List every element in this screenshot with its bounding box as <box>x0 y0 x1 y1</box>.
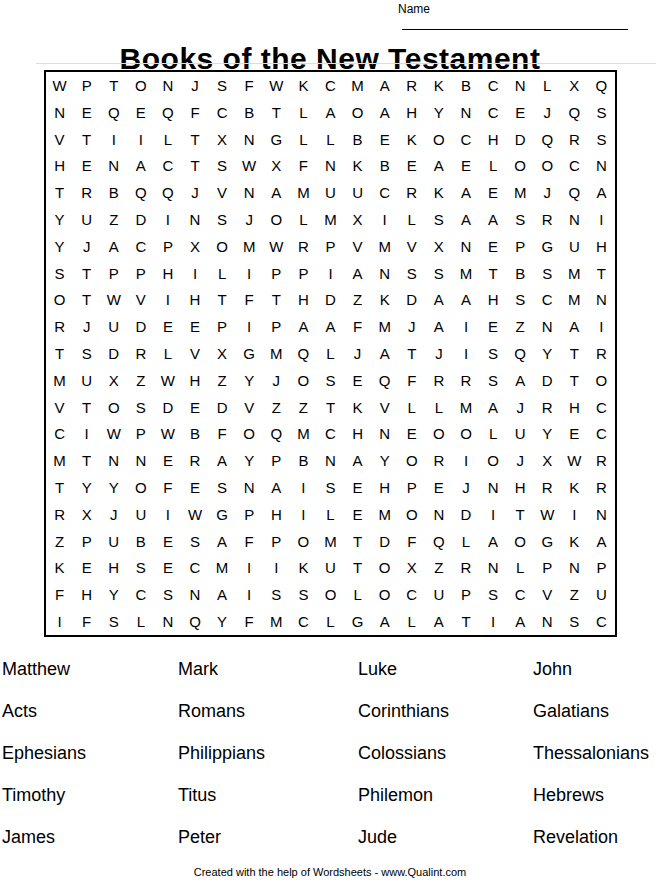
grid-cell-r13-c6[interactable]: E <box>181 394 208 421</box>
grid-cell-r17-c16[interactable]: D <box>452 501 479 528</box>
grid-cell-r12-c20[interactable]: T <box>561 367 588 394</box>
grid-cell-r15-c20[interactable]: W <box>561 447 588 474</box>
grid-cell-r18-c7[interactable]: A <box>209 528 236 555</box>
grid-cell-r15-c13[interactable]: Y <box>371 447 398 474</box>
grid-cell-r9-c1[interactable]: O <box>46 286 73 313</box>
grid-cell-r16-c19[interactable]: R <box>534 474 561 501</box>
grid-cell-r11-c4[interactable]: R <box>127 340 154 367</box>
grid-cell-r1-c2[interactable]: P <box>73 72 100 99</box>
grid-cell-r15-c2[interactable]: T <box>73 447 100 474</box>
grid-cell-r21-c13[interactable]: A <box>371 608 398 635</box>
grid-cell-r16-c18[interactable]: H <box>507 474 534 501</box>
grid-cell-r13-c13[interactable]: V <box>371 394 398 421</box>
grid-cell-r11-c12[interactable]: J <box>344 340 371 367</box>
grid-cell-r10-c5[interactable]: E <box>154 313 181 340</box>
grid-cell-r6-c6[interactable]: N <box>181 206 208 233</box>
grid-cell-r9-c6[interactable]: H <box>181 286 208 313</box>
grid-cell-r3-c17[interactable]: H <box>480 126 507 153</box>
grid-cell-r18-c4[interactable]: B <box>127 528 154 555</box>
grid-cell-r15-c14[interactable]: O <box>398 447 425 474</box>
grid-cell-r2-c18[interactable]: E <box>507 99 534 126</box>
grid-cell-r11-c14[interactable]: T <box>398 340 425 367</box>
grid-cell-r17-c12[interactable]: E <box>344 501 371 528</box>
grid-cell-r18-c20[interactable]: K <box>561 528 588 555</box>
grid-cell-r12-c10[interactable]: O <box>290 367 317 394</box>
grid-cell-r6-c2[interactable]: U <box>73 206 100 233</box>
grid-cell-r4-c17[interactable]: L <box>480 152 507 179</box>
grid-cell-r6-c5[interactable]: I <box>154 206 181 233</box>
grid-cell-r17-c21[interactable]: N <box>588 501 615 528</box>
grid-cell-r12-c1[interactable]: M <box>46 367 73 394</box>
grid-cell-r14-c18[interactable]: U <box>507 421 534 448</box>
grid-cell-r21-c20[interactable]: S <box>561 608 588 635</box>
grid-cell-r1-c19[interactable]: L <box>534 72 561 99</box>
grid-cell-r19-c20[interactable]: N <box>561 555 588 582</box>
grid-cell-r21-c7[interactable]: Y <box>209 608 236 635</box>
grid-cell-r20-c16[interactable]: P <box>452 581 479 608</box>
grid-cell-r5-c21[interactable]: A <box>588 179 615 206</box>
grid-cell-r6-c16[interactable]: A <box>452 206 479 233</box>
grid-cell-r3-c19[interactable]: Q <box>534 126 561 153</box>
grid-cell-r16-c20[interactable]: K <box>561 474 588 501</box>
grid-cell-r13-c17[interactable]: A <box>480 394 507 421</box>
grid-cell-r19-c11[interactable]: U <box>317 555 344 582</box>
grid-cell-r10-c20[interactable]: A <box>561 313 588 340</box>
grid-cell-r12-c8[interactable]: Y <box>236 367 263 394</box>
grid-cell-r6-c19[interactable]: R <box>534 206 561 233</box>
grid-cell-r19-c7[interactable]: M <box>209 555 236 582</box>
grid-cell-r15-c21[interactable]: R <box>588 447 615 474</box>
grid-cell-r9-c20[interactable]: M <box>561 286 588 313</box>
grid-cell-r4-c10[interactable]: F <box>290 152 317 179</box>
grid-cell-r20-c7[interactable]: A <box>209 581 236 608</box>
grid-cell-r21-c15[interactable]: A <box>425 608 452 635</box>
grid-cell-r9-c16[interactable]: A <box>452 286 479 313</box>
grid-cell-r9-c5[interactable]: I <box>154 286 181 313</box>
grid-cell-r2-c11[interactable]: A <box>317 99 344 126</box>
grid-cell-r21-c17[interactable]: I <box>480 608 507 635</box>
grid-cell-r15-c3[interactable]: N <box>100 447 127 474</box>
grid-cell-r3-c5[interactable]: L <box>154 126 181 153</box>
grid-cell-r8-c18[interactable]: B <box>507 260 534 287</box>
grid-cell-r15-c5[interactable]: E <box>154 447 181 474</box>
grid-cell-r7-c11[interactable]: P <box>317 233 344 260</box>
grid-cell-r18-c17[interactable]: A <box>480 528 507 555</box>
grid-cell-r4-c2[interactable]: E <box>73 152 100 179</box>
grid-cell-r7-c6[interactable]: X <box>181 233 208 260</box>
grid-cell-r12-c6[interactable]: H <box>181 367 208 394</box>
grid-cell-r18-c8[interactable]: F <box>236 528 263 555</box>
grid-cell-r7-c7[interactable]: O <box>209 233 236 260</box>
grid-cell-r18-c21[interactable]: A <box>588 528 615 555</box>
grid-cell-r15-c4[interactable]: N <box>127 447 154 474</box>
grid-cell-r17-c9[interactable]: H <box>263 501 290 528</box>
grid-cell-r3-c3[interactable]: I <box>100 126 127 153</box>
grid-cell-r16-c10[interactable]: I <box>290 474 317 501</box>
grid-cell-r8-c20[interactable]: M <box>561 260 588 287</box>
grid-cell-r10-c16[interactable]: I <box>452 313 479 340</box>
grid-cell-r4-c9[interactable]: X <box>263 152 290 179</box>
grid-cell-r18-c19[interactable]: G <box>534 528 561 555</box>
grid-cell-r17-c10[interactable]: I <box>290 501 317 528</box>
grid-cell-r2-c2[interactable]: E <box>73 99 100 126</box>
grid-cell-r12-c11[interactable]: S <box>317 367 344 394</box>
grid-cell-r18-c2[interactable]: P <box>73 528 100 555</box>
grid-cell-r19-c12[interactable]: T <box>344 555 371 582</box>
grid-cell-r17-c3[interactable]: J <box>100 501 127 528</box>
grid-cell-r2-c4[interactable]: E <box>127 99 154 126</box>
grid-cell-r1-c6[interactable]: J <box>181 72 208 99</box>
grid-cell-r5-c11[interactable]: U <box>317 179 344 206</box>
grid-cell-r19-c8[interactable]: I <box>236 555 263 582</box>
grid-cell-r15-c18[interactable]: J <box>507 447 534 474</box>
grid-cell-r8-c13[interactable]: N <box>371 260 398 287</box>
grid-cell-r16-c3[interactable]: Y <box>100 474 127 501</box>
grid-cell-r20-c19[interactable]: V <box>534 581 561 608</box>
grid-cell-r16-c15[interactable]: E <box>425 474 452 501</box>
grid-cell-r20-c13[interactable]: O <box>371 581 398 608</box>
grid-cell-r5-c8[interactable]: N <box>236 179 263 206</box>
grid-cell-r17-c7[interactable]: G <box>209 501 236 528</box>
grid-cell-r3-c11[interactable]: L <box>317 126 344 153</box>
grid-cell-r10-c1[interactable]: R <box>46 313 73 340</box>
grid-cell-r14-c3[interactable]: W <box>100 421 127 448</box>
grid-cell-r14-c11[interactable]: C <box>317 421 344 448</box>
grid-cell-r21-c6[interactable]: Q <box>181 608 208 635</box>
grid-cell-r20-c15[interactable]: U <box>425 581 452 608</box>
grid-cell-r3-c14[interactable]: K <box>398 126 425 153</box>
grid-cell-r10-c14[interactable]: J <box>398 313 425 340</box>
grid-cell-r11-c11[interactable]: L <box>317 340 344 367</box>
grid-cell-r12-c4[interactable]: Z <box>127 367 154 394</box>
grid-cell-r11-c7[interactable]: X <box>209 340 236 367</box>
grid-cell-r1-c11[interactable]: C <box>317 72 344 99</box>
grid-cell-r5-c20[interactable]: Q <box>561 179 588 206</box>
grid-cell-r8-c11[interactable]: I <box>317 260 344 287</box>
grid-cell-r13-c8[interactable]: V <box>236 394 263 421</box>
grid-cell-r13-c20[interactable]: H <box>561 394 588 421</box>
grid-cell-r8-c10[interactable]: P <box>290 260 317 287</box>
grid-cell-r16-c16[interactable]: J <box>452 474 479 501</box>
grid-cell-r12-c18[interactable]: A <box>507 367 534 394</box>
grid-cell-r10-c4[interactable]: D <box>127 313 154 340</box>
grid-cell-r9-c7[interactable]: T <box>209 286 236 313</box>
grid-cell-r9-c2[interactable]: T <box>73 286 100 313</box>
grid-cell-r1-c18[interactable]: N <box>507 72 534 99</box>
grid-cell-r8-c3[interactable]: P <box>100 260 127 287</box>
grid-cell-r7-c3[interactable]: A <box>100 233 127 260</box>
grid-cell-r2-c13[interactable]: A <box>371 99 398 126</box>
grid-cell-r14-c13[interactable]: N <box>371 421 398 448</box>
grid-cell-r21-c21[interactable]: C <box>588 608 615 635</box>
grid-cell-r15-c1[interactable]: M <box>46 447 73 474</box>
grid-cell-r6-c14[interactable]: L <box>398 206 425 233</box>
grid-cell-r12-c3[interactable]: X <box>100 367 127 394</box>
grid-cell-r6-c18[interactable]: S <box>507 206 534 233</box>
grid-cell-r10-c10[interactable]: A <box>290 313 317 340</box>
grid-cell-r10-c15[interactable]: A <box>425 313 452 340</box>
grid-cell-r1-c21[interactable]: Q <box>588 72 615 99</box>
grid-cell-r19-c5[interactable]: E <box>154 555 181 582</box>
grid-cell-r5-c2[interactable]: R <box>73 179 100 206</box>
grid-cell-r14-c7[interactable]: F <box>209 421 236 448</box>
grid-cell-r2-c14[interactable]: H <box>398 99 425 126</box>
grid-cell-r19-c1[interactable]: K <box>46 555 73 582</box>
grid-cell-r1-c1[interactable]: W <box>46 72 73 99</box>
grid-cell-r4-c7[interactable]: S <box>209 152 236 179</box>
grid-cell-r8-c17[interactable]: T <box>480 260 507 287</box>
grid-cell-r12-c7[interactable]: Z <box>209 367 236 394</box>
grid-cell-r2-c21[interactable]: S <box>588 99 615 126</box>
grid-cell-r12-c14[interactable]: F <box>398 367 425 394</box>
grid-cell-r4-c18[interactable]: O <box>507 152 534 179</box>
grid-cell-r11-c18[interactable]: Q <box>507 340 534 367</box>
grid-cell-r12-c9[interactable]: J <box>263 367 290 394</box>
grid-cell-r1-c4[interactable]: O <box>127 72 154 99</box>
grid-cell-r18-c18[interactable]: O <box>507 528 534 555</box>
grid-cell-r21-c16[interactable]: T <box>452 608 479 635</box>
grid-cell-r13-c3[interactable]: O <box>100 394 127 421</box>
grid-cell-r13-c11[interactable]: T <box>317 394 344 421</box>
grid-cell-r14-c6[interactable]: B <box>181 421 208 448</box>
grid-cell-r15-c6[interactable]: R <box>181 447 208 474</box>
grid-cell-r7-c1[interactable]: Y <box>46 233 73 260</box>
grid-cell-r13-c7[interactable]: D <box>209 394 236 421</box>
grid-cell-r20-c17[interactable]: S <box>480 581 507 608</box>
grid-cell-r18-c15[interactable]: Q <box>425 528 452 555</box>
grid-cell-r11-c20[interactable]: T <box>561 340 588 367</box>
grid-cell-r7-c8[interactable]: M <box>236 233 263 260</box>
grid-cell-r3-c20[interactable]: R <box>561 126 588 153</box>
grid-cell-r14-c4[interactable]: P <box>127 421 154 448</box>
grid-cell-r5-c6[interactable]: J <box>181 179 208 206</box>
grid-cell-r14-c17[interactable]: L <box>480 421 507 448</box>
grid-cell-r21-c18[interactable]: A <box>507 608 534 635</box>
grid-cell-r19-c15[interactable]: Z <box>425 555 452 582</box>
grid-cell-r12-c15[interactable]: R <box>425 367 452 394</box>
grid-cell-r14-c14[interactable]: E <box>398 421 425 448</box>
grid-cell-r9-c3[interactable]: W <box>100 286 127 313</box>
grid-cell-r19-c9[interactable]: I <box>263 555 290 582</box>
grid-cell-r21-c5[interactable]: N <box>154 608 181 635</box>
grid-cell-r20-c12[interactable]: L <box>344 581 371 608</box>
grid-cell-r4-c4[interactable]: A <box>127 152 154 179</box>
grid-cell-r7-c9[interactable]: W <box>263 233 290 260</box>
grid-cell-r5-c1[interactable]: T <box>46 179 73 206</box>
grid-cell-r9-c14[interactable]: D <box>398 286 425 313</box>
grid-cell-r3-c9[interactable]: G <box>263 126 290 153</box>
grid-cell-r16-c8[interactable]: N <box>236 474 263 501</box>
grid-cell-r4-c15[interactable]: A <box>425 152 452 179</box>
grid-cell-r13-c2[interactable]: T <box>73 394 100 421</box>
grid-cell-r5-c15[interactable]: K <box>425 179 452 206</box>
grid-cell-r14-c9[interactable]: Q <box>263 421 290 448</box>
grid-cell-r3-c1[interactable]: V <box>46 126 73 153</box>
grid-cell-r7-c19[interactable]: G <box>534 233 561 260</box>
grid-cell-r16-c6[interactable]: E <box>181 474 208 501</box>
grid-cell-r10-c6[interactable]: E <box>181 313 208 340</box>
grid-cell-r11-c1[interactable]: T <box>46 340 73 367</box>
grid-cell-r19-c14[interactable]: X <box>398 555 425 582</box>
grid-cell-r11-c2[interactable]: S <box>73 340 100 367</box>
grid-cell-r20-c21[interactable]: U <box>588 581 615 608</box>
grid-cell-r13-c1[interactable]: V <box>46 394 73 421</box>
grid-cell-r13-c12[interactable]: K <box>344 394 371 421</box>
grid-cell-r7-c14[interactable]: V <box>398 233 425 260</box>
grid-cell-r2-c10[interactable]: L <box>290 99 317 126</box>
grid-cell-r12-c5[interactable]: W <box>154 367 181 394</box>
grid-cell-r16-c14[interactable]: P <box>398 474 425 501</box>
grid-cell-r20-c5[interactable]: S <box>154 581 181 608</box>
grid-cell-r14-c19[interactable]: Y <box>534 421 561 448</box>
grid-cell-r18-c16[interactable]: L <box>452 528 479 555</box>
grid-cell-r2-c17[interactable]: C <box>480 99 507 126</box>
grid-cell-r19-c3[interactable]: H <box>100 555 127 582</box>
grid-cell-r11-c21[interactable]: R <box>588 340 615 367</box>
grid-cell-r6-c7[interactable]: S <box>209 206 236 233</box>
grid-cell-r7-c15[interactable]: X <box>425 233 452 260</box>
grid-cell-r8-c4[interactable]: P <box>127 260 154 287</box>
grid-cell-r11-c15[interactable]: J <box>425 340 452 367</box>
grid-cell-r3-c15[interactable]: O <box>425 126 452 153</box>
grid-cell-r1-c3[interactable]: T <box>100 72 127 99</box>
grid-cell-r21-c4[interactable]: L <box>127 608 154 635</box>
grid-cell-r14-c12[interactable]: H <box>344 421 371 448</box>
grid-cell-r20-c2[interactable]: H <box>73 581 100 608</box>
grid-cell-r16-c5[interactable]: F <box>154 474 181 501</box>
grid-cell-r3-c12[interactable]: B <box>344 126 371 153</box>
grid-cell-r10-c12[interactable]: F <box>344 313 371 340</box>
grid-cell-r2-c19[interactable]: J <box>534 99 561 126</box>
grid-cell-r4-c5[interactable]: C <box>154 152 181 179</box>
grid-cell-r16-c21[interactable]: R <box>588 474 615 501</box>
grid-cell-r6-c12[interactable]: X <box>344 206 371 233</box>
grid-cell-r10-c2[interactable]: J <box>73 313 100 340</box>
grid-cell-r13-c19[interactable]: R <box>534 394 561 421</box>
name-blank-line[interactable] <box>402 16 628 30</box>
grid-cell-r21-c11[interactable]: L <box>317 608 344 635</box>
grid-cell-r5-c16[interactable]: A <box>452 179 479 206</box>
grid-cell-r16-c9[interactable]: A <box>263 474 290 501</box>
grid-cell-r16-c4[interactable]: O <box>127 474 154 501</box>
grid-cell-r1-c8[interactable]: F <box>236 72 263 99</box>
grid-cell-r20-c8[interactable]: I <box>236 581 263 608</box>
grid-cell-r9-c9[interactable]: T <box>263 286 290 313</box>
grid-cell-r6-c8[interactable]: J <box>236 206 263 233</box>
grid-cell-r2-c20[interactable]: Q <box>561 99 588 126</box>
grid-cell-r19-c17[interactable]: N <box>480 555 507 582</box>
grid-cell-r8-c7[interactable]: L <box>209 260 236 287</box>
grid-cell-r6-c10[interactable]: L <box>290 206 317 233</box>
grid-cell-r11-c19[interactable]: Y <box>534 340 561 367</box>
grid-cell-r3-c7[interactable]: X <box>209 126 236 153</box>
grid-cell-r3-c13[interactable]: E <box>371 126 398 153</box>
grid-cell-r6-c20[interactable]: N <box>561 206 588 233</box>
grid-cell-r20-c6[interactable]: N <box>181 581 208 608</box>
grid-cell-r5-c7[interactable]: V <box>209 179 236 206</box>
grid-cell-r15-c11[interactable]: N <box>317 447 344 474</box>
grid-cell-r15-c10[interactable]: B <box>290 447 317 474</box>
grid-cell-r9-c13[interactable]: K <box>371 286 398 313</box>
grid-cell-r9-c21[interactable]: N <box>588 286 615 313</box>
grid-cell-r8-c12[interactable]: A <box>344 260 371 287</box>
grid-cell-r7-c13[interactable]: M <box>371 233 398 260</box>
grid-cell-r3-c18[interactable]: D <box>507 126 534 153</box>
grid-cell-r2-c6[interactable]: F <box>181 99 208 126</box>
grid-cell-r17-c6[interactable]: W <box>181 501 208 528</box>
grid-cell-r15-c16[interactable]: I <box>452 447 479 474</box>
grid-cell-r19-c2[interactable]: E <box>73 555 100 582</box>
grid-cell-r13-c15[interactable]: L <box>425 394 452 421</box>
grid-cell-r3-c4[interactable]: I <box>127 126 154 153</box>
grid-cell-r21-c12[interactable]: G <box>344 608 371 635</box>
grid-cell-r10-c8[interactable]: I <box>236 313 263 340</box>
grid-cell-r18-c9[interactable]: P <box>263 528 290 555</box>
grid-cell-r11-c6[interactable]: V <box>181 340 208 367</box>
grid-cell-r14-c10[interactable]: M <box>290 421 317 448</box>
grid-cell-r17-c4[interactable]: U <box>127 501 154 528</box>
grid-cell-r20-c9[interactable]: S <box>263 581 290 608</box>
grid-cell-r7-c18[interactable]: P <box>507 233 534 260</box>
grid-cell-r17-c20[interactable]: I <box>561 501 588 528</box>
grid-cell-r17-c15[interactable]: N <box>425 501 452 528</box>
grid-cell-r9-c11[interactable]: D <box>317 286 344 313</box>
grid-cell-r13-c14[interactable]: L <box>398 394 425 421</box>
grid-cell-r12-c17[interactable]: S <box>480 367 507 394</box>
grid-cell-r15-c19[interactable]: X <box>534 447 561 474</box>
grid-cell-r18-c12[interactable]: T <box>344 528 371 555</box>
grid-cell-r2-c1[interactable]: N <box>46 99 73 126</box>
grid-cell-r11-c8[interactable]: G <box>236 340 263 367</box>
grid-cell-r10-c13[interactable]: M <box>371 313 398 340</box>
grid-cell-r21-c10[interactable]: C <box>290 608 317 635</box>
grid-cell-r16-c7[interactable]: S <box>209 474 236 501</box>
grid-cell-r10-c9[interactable]: P <box>263 313 290 340</box>
grid-cell-r11-c10[interactable]: Q <box>290 340 317 367</box>
grid-cell-r21-c8[interactable]: F <box>236 608 263 635</box>
grid-cell-r8-c14[interactable]: S <box>398 260 425 287</box>
grid-cell-r7-c12[interactable]: V <box>344 233 371 260</box>
grid-cell-r13-c4[interactable]: S <box>127 394 154 421</box>
grid-cell-r1-c9[interactable]: W <box>263 72 290 99</box>
grid-cell-r17-c8[interactable]: P <box>236 501 263 528</box>
grid-cell-r18-c1[interactable]: Z <box>46 528 73 555</box>
grid-cell-r6-c9[interactable]: O <box>263 206 290 233</box>
grid-cell-r16-c13[interactable]: H <box>371 474 398 501</box>
grid-cell-r6-c17[interactable]: A <box>480 206 507 233</box>
grid-cell-r4-c21[interactable]: N <box>588 152 615 179</box>
grid-cell-r1-c7[interactable]: S <box>209 72 236 99</box>
grid-cell-r16-c12[interactable]: E <box>344 474 371 501</box>
grid-cell-r14-c15[interactable]: O <box>425 421 452 448</box>
grid-cell-r5-c3[interactable]: B <box>100 179 127 206</box>
grid-cell-r1-c10[interactable]: K <box>290 72 317 99</box>
grid-cell-r5-c18[interactable]: M <box>507 179 534 206</box>
grid-cell-r6-c4[interactable]: D <box>127 206 154 233</box>
grid-cell-r10-c3[interactable]: U <box>100 313 127 340</box>
grid-cell-r14-c20[interactable]: E <box>561 421 588 448</box>
grid-cell-r2-c9[interactable]: T <box>263 99 290 126</box>
grid-cell-r19-c10[interactable]: K <box>290 555 317 582</box>
grid-cell-r4-c14[interactable]: E <box>398 152 425 179</box>
grid-cell-r8-c5[interactable]: H <box>154 260 181 287</box>
grid-cell-r8-c19[interactable]: S <box>534 260 561 287</box>
grid-cell-r17-c17[interactable]: I <box>480 501 507 528</box>
grid-cell-r7-c20[interactable]: U <box>561 233 588 260</box>
grid-cell-r18-c5[interactable]: E <box>154 528 181 555</box>
grid-cell-r15-c8[interactable]: Y <box>236 447 263 474</box>
grid-cell-r7-c16[interactable]: N <box>452 233 479 260</box>
